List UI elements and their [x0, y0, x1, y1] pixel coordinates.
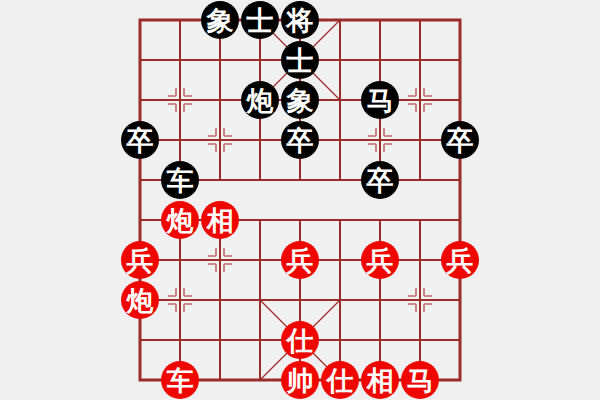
- board-cell: 卒: [120, 120, 160, 160]
- board-cell: 炮: [240, 80, 280, 120]
- board-cell: 兵: [440, 240, 480, 280]
- piece-red-elephant[interactable]: 相: [361, 361, 399, 399]
- piece-red-pawn[interactable]: 兵: [281, 241, 319, 279]
- piece-red-horse[interactable]: 马: [401, 361, 439, 399]
- piece-red-cannon[interactable]: 炮: [121, 281, 159, 319]
- board-cell: 车: [160, 160, 200, 200]
- piece-black-pawn[interactable]: 卒: [441, 121, 479, 159]
- board-cell: 士: [240, 0, 280, 40]
- piece-black-pawn[interactable]: 卒: [121, 121, 159, 159]
- xiangqi-board[interactable]: 象士将士炮象马卒卒卒车卒炮相兵兵兵兵炮仕车帅仕相马: [0, 0, 600, 400]
- board-cell: 马: [400, 360, 440, 400]
- piece-red-advisor[interactable]: 仕: [321, 361, 359, 399]
- piece-black-king[interactable]: 将: [281, 1, 319, 39]
- board-cell: 兵: [120, 240, 160, 280]
- piece-black-pawn[interactable]: 卒: [281, 121, 319, 159]
- board-cell: 兵: [280, 240, 320, 280]
- board-cell: 相: [360, 360, 400, 400]
- piece-red-chariot[interactable]: 车: [161, 361, 199, 399]
- board-cell: 卒: [440, 120, 480, 160]
- board-cell: 车: [160, 360, 200, 400]
- piece-black-elephant[interactable]: 象: [201, 1, 239, 39]
- piece-black-elephant[interactable]: 象: [281, 81, 319, 119]
- board-cell: 相: [200, 200, 240, 240]
- board-cell: 卒: [280, 120, 320, 160]
- board-cell: 炮: [160, 200, 200, 240]
- board-cell: 卒: [360, 160, 400, 200]
- board-cell: 兵: [360, 240, 400, 280]
- board-cell: 士: [280, 40, 320, 80]
- board-cell: 炮: [120, 280, 160, 320]
- piece-red-cannon[interactable]: 炮: [161, 201, 199, 239]
- board-cell: 象: [200, 0, 240, 40]
- board-cell: 仕: [320, 360, 360, 400]
- board-cell: 象: [280, 80, 320, 120]
- board-cell: 帅: [280, 360, 320, 400]
- piece-black-pawn[interactable]: 卒: [361, 161, 399, 199]
- piece-red-pawn[interactable]: 兵: [361, 241, 399, 279]
- piece-red-elephant[interactable]: 相: [201, 201, 239, 239]
- board-cell: 仕: [280, 320, 320, 360]
- pieces-layer: 象士将士炮象马卒卒卒车卒炮相兵兵兵兵炮仕车帅仕相马: [120, 0, 480, 400]
- piece-black-chariot[interactable]: 车: [161, 161, 199, 199]
- piece-black-advisor[interactable]: 士: [241, 1, 279, 39]
- board-cell: 马: [360, 80, 400, 120]
- piece-red-pawn[interactable]: 兵: [441, 241, 479, 279]
- piece-red-pawn[interactable]: 兵: [121, 241, 159, 279]
- board-cell: 将: [280, 0, 320, 40]
- piece-black-horse[interactable]: 马: [361, 81, 399, 119]
- piece-black-advisor[interactable]: 士: [281, 41, 319, 79]
- piece-black-cannon[interactable]: 炮: [241, 81, 279, 119]
- piece-red-advisor[interactable]: 仕: [281, 321, 319, 359]
- piece-red-king[interactable]: 帅: [281, 361, 319, 399]
